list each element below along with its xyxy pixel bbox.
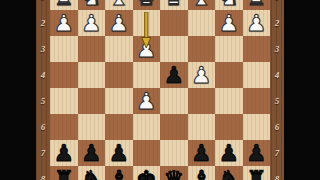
white-pawn-a2: ♟	[246, 10, 267, 36]
square-d7	[160, 140, 188, 166]
rank-label-3-left: 3	[36, 36, 50, 62]
rank-label-4-left: 4	[36, 62, 50, 88]
square-h3	[50, 36, 78, 62]
rank-label-4-right: 4	[270, 62, 284, 88]
square-b5	[215, 88, 243, 114]
square-g2: ♟	[78, 10, 106, 36]
black-pawn-g7: ♟	[81, 140, 102, 166]
rank-label-1-right: 1	[270, 0, 284, 10]
white-queen-d1: ♛	[163, 0, 184, 10]
black-pawn-c7: ♟	[191, 140, 212, 166]
square-g3	[78, 36, 106, 62]
black-knight-g8: ♞	[81, 166, 102, 180]
square-c3	[188, 36, 216, 62]
square-d4: ♟	[160, 62, 188, 88]
square-h6	[50, 114, 78, 140]
square-c6	[188, 114, 216, 140]
square-a5	[243, 88, 271, 114]
square-d1: ♛	[160, 0, 188, 10]
square-b7: ♟	[215, 140, 243, 166]
rank-label-8-right: 8	[270, 166, 284, 180]
white-knight-g1: ♞	[81, 0, 102, 10]
white-pawn-e3: ♟	[136, 36, 157, 62]
black-king-e8: ♚	[136, 166, 157, 180]
square-h2: ♟	[50, 10, 78, 36]
rank-labels-right: 12345678	[270, 0, 284, 180]
square-d5	[160, 88, 188, 114]
square-c4: ♟	[188, 62, 216, 88]
square-c5	[188, 88, 216, 114]
rank-label-3-right: 3	[270, 36, 284, 62]
square-c2	[188, 10, 216, 36]
white-rook-a1: ♜	[246, 0, 267, 10]
black-pawn-b7: ♟	[218, 140, 239, 166]
square-b8: ♞	[215, 166, 243, 180]
square-d8: ♛	[160, 166, 188, 180]
square-g5	[78, 88, 106, 114]
white-pawn-b2: ♟	[218, 10, 239, 36]
square-a2: ♟	[243, 10, 271, 36]
white-pawn-e5: ♟	[136, 88, 157, 114]
rank-label-6-right: 6	[270, 114, 284, 140]
square-e3: ♟	[133, 36, 161, 62]
square-g1: ♞	[78, 0, 106, 10]
black-rook-h8: ♜	[53, 166, 74, 180]
black-queen-d8: ♛	[163, 166, 184, 180]
square-c8: ♝	[188, 166, 216, 180]
square-e4	[133, 62, 161, 88]
video-frame: 12345678 12345678 ♜♞♝♚♛♝♞♜♟♟♟♟♟♟♟♟♟♟♟♟♟♟…	[0, 0, 320, 180]
square-h1: ♜	[50, 0, 78, 10]
square-e6	[133, 114, 161, 140]
square-f6	[105, 114, 133, 140]
square-c1: ♝	[188, 0, 216, 10]
square-f1: ♝	[105, 0, 133, 10]
square-a1: ♜	[243, 0, 271, 10]
rank-label-2-right: 2	[270, 10, 284, 36]
square-d2	[160, 10, 188, 36]
black-bishop-f8: ♝	[108, 166, 129, 180]
square-b2: ♟	[215, 10, 243, 36]
square-f2: ♟	[105, 10, 133, 36]
rank-label-1-left: 1	[36, 0, 50, 10]
white-pawn-f2: ♟	[108, 10, 129, 36]
square-f4	[105, 62, 133, 88]
rank-label-5-right: 5	[270, 88, 284, 114]
square-g8: ♞	[78, 166, 106, 180]
square-a3	[243, 36, 271, 62]
square-e8: ♚	[133, 166, 161, 180]
square-b1: ♞	[215, 0, 243, 10]
black-pawn-a7: ♟	[246, 140, 267, 166]
rank-label-7-right: 7	[270, 140, 284, 166]
white-pawn-g2: ♟	[81, 10, 102, 36]
square-c7: ♟	[188, 140, 216, 166]
square-g6	[78, 114, 106, 140]
rank-label-8-left: 8	[36, 166, 50, 180]
square-a6	[243, 114, 271, 140]
square-e2	[133, 10, 161, 36]
white-pawn-h2: ♟	[53, 10, 74, 36]
square-h5	[50, 88, 78, 114]
square-a7: ♟	[243, 140, 271, 166]
rank-label-5-left: 5	[36, 88, 50, 114]
board-grid: ♜♞♝♚♛♝♞♜♟♟♟♟♟♟♟♟♟♟♟♟♟♟♟♜♞♝♚♛♝♞♜	[50, 0, 270, 180]
square-h7: ♟	[50, 140, 78, 166]
black-pawn-d4: ♟	[163, 62, 184, 88]
square-b3	[215, 36, 243, 62]
rank-labels-left: 12345678	[36, 0, 50, 180]
square-f5	[105, 88, 133, 114]
square-e7	[133, 140, 161, 166]
square-d3	[160, 36, 188, 62]
white-rook-h1: ♜	[53, 0, 74, 10]
square-a4	[243, 62, 271, 88]
square-b4	[215, 62, 243, 88]
square-b6	[215, 114, 243, 140]
square-e5: ♟	[133, 88, 161, 114]
square-g4	[78, 62, 106, 88]
square-e1: ♚	[133, 0, 161, 10]
black-bishop-c8: ♝	[191, 166, 212, 180]
rank-label-2-left: 2	[36, 10, 50, 36]
square-a8: ♜	[243, 166, 271, 180]
white-pawn-c4: ♟	[191, 62, 212, 88]
square-f8: ♝	[105, 166, 133, 180]
white-knight-b1: ♞	[218, 0, 239, 10]
black-knight-b8: ♞	[218, 166, 239, 180]
square-f3	[105, 36, 133, 62]
board-frame: 12345678 12345678 ♜♞♝♚♛♝♞♜♟♟♟♟♟♟♟♟♟♟♟♟♟♟…	[36, 0, 284, 180]
square-f7: ♟	[105, 140, 133, 166]
square-g7: ♟	[78, 140, 106, 166]
rank-label-7-left: 7	[36, 140, 50, 166]
black-pawn-f7: ♟	[108, 140, 129, 166]
square-d6	[160, 114, 188, 140]
black-pawn-h7: ♟	[53, 140, 74, 166]
square-h8: ♜	[50, 166, 78, 180]
square-h4	[50, 62, 78, 88]
rank-label-6-left: 6	[36, 114, 50, 140]
white-king-e1: ♚	[136, 0, 157, 10]
chessboard: 12345678 12345678 ♜♞♝♚♛♝♞♜♟♟♟♟♟♟♟♟♟♟♟♟♟♟…	[36, 0, 284, 180]
white-bishop-c1: ♝	[191, 0, 212, 10]
white-bishop-f1: ♝	[108, 0, 129, 10]
black-rook-a8: ♜	[246, 166, 267, 180]
